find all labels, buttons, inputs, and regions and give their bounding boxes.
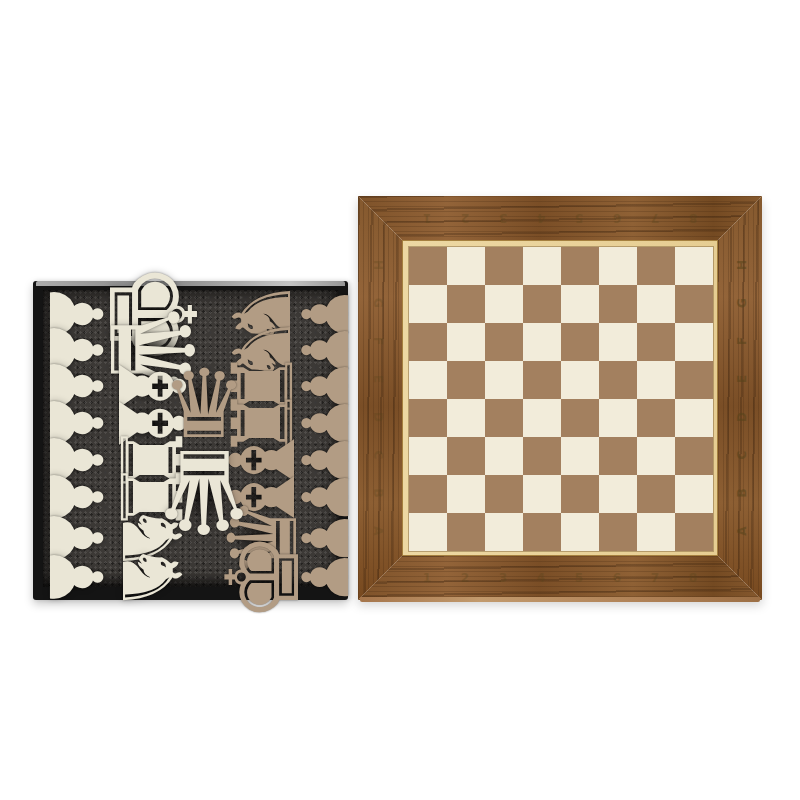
board-square <box>561 323 599 361</box>
board-frame-left <box>358 196 402 600</box>
rank-label-top: 5 <box>575 211 583 225</box>
board-square <box>599 513 637 551</box>
board-square <box>485 323 523 361</box>
file-label-left: A <box>371 526 385 535</box>
board-square <box>523 399 561 437</box>
board-square <box>561 513 599 551</box>
board-square <box>485 399 523 437</box>
board-square <box>675 361 713 399</box>
board-front-edge <box>360 597 760 602</box>
piece-tray: ♟♟♟♟♟♟♟♟♚♛♝♝♜♜♞♞♞♞♜♜♝♝♛♚♟♟♟♟♟♟♟♟♛♛ <box>33 281 348 600</box>
board-square <box>675 513 713 551</box>
file-label-left: H <box>371 260 385 270</box>
board-square <box>561 361 599 399</box>
board-square <box>675 475 713 513</box>
rank-label-top: 6 <box>613 211 621 225</box>
file-label-right: H <box>735 260 749 270</box>
board-square <box>523 513 561 551</box>
board-square <box>637 399 675 437</box>
board-square <box>447 399 485 437</box>
board-square <box>599 323 637 361</box>
board-square <box>523 437 561 475</box>
board-square <box>447 475 485 513</box>
file-label-right: C <box>735 451 749 460</box>
board-square <box>447 323 485 361</box>
file-label-right: G <box>735 298 749 308</box>
board-square <box>447 513 485 551</box>
rank-label-top: 4 <box>537 211 545 225</box>
board-square <box>637 475 675 513</box>
board-frame-bottom <box>358 556 762 600</box>
file-label-right: F <box>735 337 749 345</box>
file-label-right: A <box>735 526 749 535</box>
rank-label-bottom: 4 <box>537 571 545 585</box>
board-frame-right <box>718 196 762 600</box>
board-square <box>599 247 637 285</box>
board-square <box>523 361 561 399</box>
board-square <box>599 437 637 475</box>
board-square <box>447 247 485 285</box>
board-square <box>485 247 523 285</box>
board-square <box>637 437 675 475</box>
file-label-left: D <box>371 412 385 422</box>
board-square <box>637 361 675 399</box>
white-pawn-piece: ♟ <box>39 544 112 609</box>
board-square <box>637 323 675 361</box>
board-square <box>675 247 713 285</box>
white-queen-piece: ♛ <box>152 433 255 548</box>
board-square <box>637 247 675 285</box>
board-square <box>561 475 599 513</box>
rank-label-bottom: 2 <box>461 571 469 585</box>
board-square <box>523 247 561 285</box>
rank-label-bottom: 5 <box>575 571 583 585</box>
board-square <box>523 323 561 361</box>
board-square <box>447 437 485 475</box>
board-square <box>637 513 675 551</box>
rank-label-top: 8 <box>689 211 697 225</box>
board-square <box>409 247 447 285</box>
board-square <box>675 323 713 361</box>
board-square <box>409 399 447 437</box>
board-square <box>409 361 447 399</box>
board-square <box>409 323 447 361</box>
file-label-left: B <box>371 488 385 497</box>
board-grid <box>408 246 714 552</box>
rank-label-top: 3 <box>499 211 507 225</box>
rank-label-top: 2 <box>461 211 469 225</box>
board-square <box>523 475 561 513</box>
board-square <box>561 285 599 323</box>
board-square <box>675 437 713 475</box>
board-square <box>599 399 637 437</box>
brown-pawn-piece: ♟ <box>294 548 358 605</box>
board-square <box>561 437 599 475</box>
rank-label-bottom: 3 <box>499 571 507 585</box>
board-square <box>599 285 637 323</box>
board-square <box>409 437 447 475</box>
board-square <box>485 361 523 399</box>
board-square <box>599 361 637 399</box>
file-label-left: C <box>371 451 385 460</box>
board-square <box>409 285 447 323</box>
rank-label-bottom: 6 <box>613 571 621 585</box>
file-label-left: G <box>371 298 385 308</box>
rank-label-bottom: 8 <box>689 571 697 585</box>
board-square <box>675 285 713 323</box>
board-square <box>637 285 675 323</box>
file-label-right: B <box>735 488 749 497</box>
board-square <box>409 475 447 513</box>
board-square <box>447 361 485 399</box>
maple-border <box>402 240 718 556</box>
board-square <box>485 285 523 323</box>
rank-label-top: 1 <box>423 211 431 225</box>
board-square <box>485 475 523 513</box>
product-photo: ♟♟♟♟♟♟♟♟♚♛♝♝♜♜♞♞♞♞♜♜♝♝♛♚♟♟♟♟♟♟♟♟♛♛ ABCDE… <box>0 0 800 800</box>
file-label-left: F <box>371 337 385 345</box>
file-label-left: E <box>371 375 385 383</box>
board-square <box>675 399 713 437</box>
board-square <box>561 247 599 285</box>
board-square <box>599 475 637 513</box>
board-frame-top <box>358 196 762 240</box>
file-label-right: D <box>735 412 749 422</box>
rank-label-bottom: 1 <box>423 571 431 585</box>
board-square <box>523 285 561 323</box>
board-square <box>485 513 523 551</box>
board-square <box>561 399 599 437</box>
file-label-right: E <box>735 375 749 383</box>
board-square <box>409 513 447 551</box>
rank-label-top: 7 <box>651 211 659 225</box>
board-square <box>485 437 523 475</box>
chess-board: ABCDEFGHABCDEFGH1234567812345678 <box>358 196 762 600</box>
rank-label-bottom: 7 <box>651 571 659 585</box>
foam-insert: ♟♟♟♟♟♟♟♟♚♛♝♝♜♜♞♞♞♞♜♜♝♝♛♚♟♟♟♟♟♟♟♟♛♛ <box>43 290 339 587</box>
board-square <box>447 285 485 323</box>
